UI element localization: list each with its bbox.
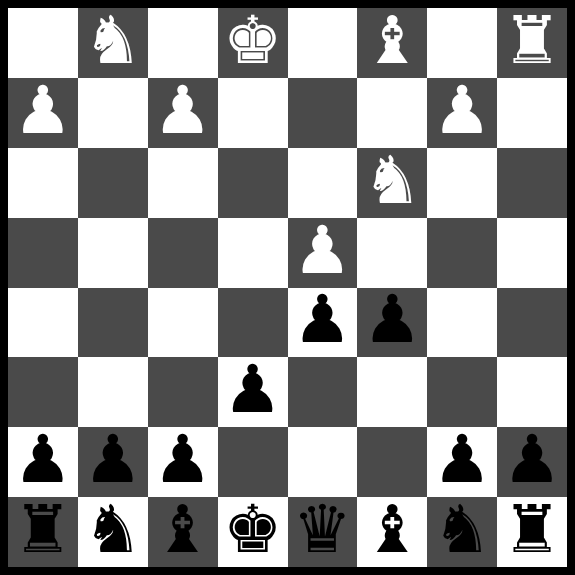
- square-g7[interactable]: ♟: [78, 427, 148, 497]
- chess-board: ♞♚♝♜♟♟♟♞♟♟♟♟♟♟♟♟♟♜♞♝♚♛♝♞♜: [8, 8, 567, 567]
- square-e7[interactable]: [218, 427, 288, 497]
- black-bishop-c8[interactable]: ♝: [363, 497, 422, 563]
- white-pawn-d4[interactable]: ♟: [293, 218, 352, 284]
- square-e4[interactable]: [218, 218, 288, 288]
- square-a3[interactable]: [497, 148, 567, 218]
- square-f7[interactable]: ♟: [148, 427, 218, 497]
- square-d7[interactable]: [288, 427, 358, 497]
- square-e3[interactable]: [218, 148, 288, 218]
- square-f4[interactable]: [148, 218, 218, 288]
- square-e1[interactable]: ♚: [218, 8, 288, 78]
- square-d1[interactable]: [288, 8, 358, 78]
- square-d5[interactable]: ♟: [288, 288, 358, 358]
- square-h2[interactable]: ♟: [8, 78, 78, 148]
- square-h8[interactable]: ♜: [8, 497, 78, 567]
- square-b4[interactable]: [427, 218, 497, 288]
- black-rook-a8[interactable]: ♜: [502, 497, 561, 563]
- square-a5[interactable]: [497, 288, 567, 358]
- square-f8[interactable]: ♝: [148, 497, 218, 567]
- square-g5[interactable]: [78, 288, 148, 358]
- square-b8[interactable]: ♞: [427, 497, 497, 567]
- white-knight-c3[interactable]: ♞: [363, 148, 422, 214]
- white-knight-g1[interactable]: ♞: [83, 8, 142, 74]
- square-f1[interactable]: [148, 8, 218, 78]
- white-king-e1[interactable]: ♚: [223, 8, 282, 74]
- square-a1[interactable]: ♜: [497, 8, 567, 78]
- square-h7[interactable]: ♟: [8, 427, 78, 497]
- chessboard-screenshot: { "game": "chess", "position": { "fen": …: [0, 0, 575, 575]
- black-knight-b8[interactable]: ♞: [433, 497, 492, 563]
- black-bishop-f8[interactable]: ♝: [153, 497, 212, 563]
- square-g1[interactable]: ♞: [78, 8, 148, 78]
- square-a6[interactable]: [497, 357, 567, 427]
- square-g8[interactable]: ♞: [78, 497, 148, 567]
- black-pawn-f7[interactable]: ♟: [153, 427, 212, 493]
- square-c3[interactable]: ♞: [357, 148, 427, 218]
- square-f3[interactable]: [148, 148, 218, 218]
- white-pawn-f2[interactable]: ♟: [153, 78, 212, 144]
- square-h1[interactable]: [8, 8, 78, 78]
- square-c6[interactable]: [357, 357, 427, 427]
- square-c4[interactable]: [357, 218, 427, 288]
- square-c8[interactable]: ♝: [357, 497, 427, 567]
- square-d6[interactable]: [288, 357, 358, 427]
- black-pawn-b7[interactable]: ♟: [433, 427, 492, 493]
- square-c5[interactable]: ♟: [357, 288, 427, 358]
- black-king-e8[interactable]: ♚: [223, 497, 282, 563]
- square-e5[interactable]: [218, 288, 288, 358]
- square-a2[interactable]: [497, 78, 567, 148]
- black-pawn-h7[interactable]: ♟: [13, 427, 72, 493]
- square-a7[interactable]: ♟: [497, 427, 567, 497]
- square-g4[interactable]: [78, 218, 148, 288]
- square-b7[interactable]: ♟: [427, 427, 497, 497]
- square-h4[interactable]: [8, 218, 78, 288]
- square-d4[interactable]: ♟: [288, 218, 358, 288]
- square-h3[interactable]: [8, 148, 78, 218]
- square-b6[interactable]: [427, 357, 497, 427]
- white-pawn-b2[interactable]: ♟: [433, 78, 492, 144]
- black-rook-h8[interactable]: ♜: [13, 497, 72, 563]
- square-a4[interactable]: [497, 218, 567, 288]
- black-pawn-c5[interactable]: ♟: [363, 288, 422, 354]
- black-pawn-d5[interactable]: ♟: [293, 288, 352, 354]
- square-c1[interactable]: ♝: [357, 8, 427, 78]
- black-queen-d8[interactable]: ♛: [293, 497, 352, 563]
- square-a8[interactable]: ♜: [497, 497, 567, 567]
- square-g6[interactable]: [78, 357, 148, 427]
- white-rook-a1[interactable]: ♜: [502, 8, 561, 74]
- square-b5[interactable]: [427, 288, 497, 358]
- square-e6[interactable]: ♟: [218, 357, 288, 427]
- square-h6[interactable]: [8, 357, 78, 427]
- square-d2[interactable]: [288, 78, 358, 148]
- black-pawn-e6[interactable]: ♟: [223, 357, 282, 423]
- square-f5[interactable]: [148, 288, 218, 358]
- square-c7[interactable]: [357, 427, 427, 497]
- square-b3[interactable]: [427, 148, 497, 218]
- square-b1[interactable]: [427, 8, 497, 78]
- white-pawn-h2[interactable]: ♟: [13, 78, 72, 144]
- square-c2[interactable]: [357, 78, 427, 148]
- square-b2[interactable]: ♟: [427, 78, 497, 148]
- square-g3[interactable]: [78, 148, 148, 218]
- square-d3[interactable]: [288, 148, 358, 218]
- square-e2[interactable]: [218, 78, 288, 148]
- square-f6[interactable]: [148, 357, 218, 427]
- black-pawn-a7[interactable]: ♟: [502, 427, 561, 493]
- square-h5[interactable]: [8, 288, 78, 358]
- square-e8[interactable]: ♚: [218, 497, 288, 567]
- square-g2[interactable]: [78, 78, 148, 148]
- square-d8[interactable]: ♛: [288, 497, 358, 567]
- square-f2[interactable]: ♟: [148, 78, 218, 148]
- black-pawn-g7[interactable]: ♟: [83, 427, 142, 493]
- black-knight-g8[interactable]: ♞: [83, 497, 142, 563]
- white-bishop-c1[interactable]: ♝: [363, 8, 422, 74]
